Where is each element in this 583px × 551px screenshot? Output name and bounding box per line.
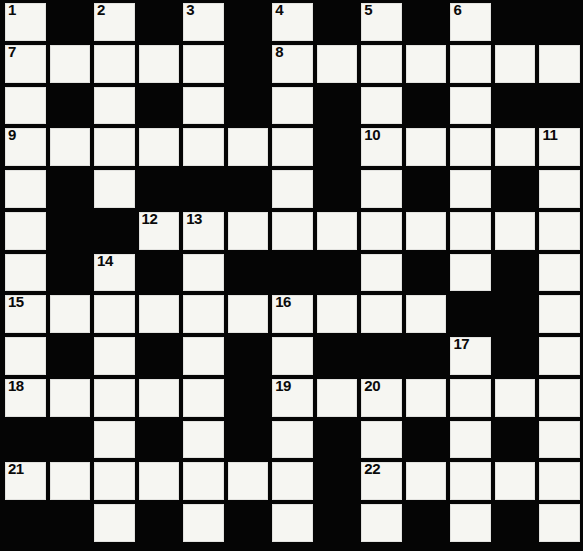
cell-r10c1[interactable]: 18: [5, 379, 46, 417]
cell-r3c9[interactable]: [361, 87, 402, 125]
black-cell-r7c6: [228, 254, 269, 292]
cell-r10c12[interactable]: [495, 379, 536, 417]
cell-r5c1[interactable]: [5, 170, 46, 208]
black-cell-r3c2: [50, 87, 91, 125]
cell-r12c10[interactable]: [406, 462, 447, 500]
cell-r13c13[interactable]: [539, 504, 580, 542]
cell-r10c11[interactable]: [450, 379, 491, 417]
black-cell-r1c13: [539, 3, 580, 41]
cell-r10c4[interactable]: [139, 379, 180, 417]
cell-r11c11[interactable]: [450, 421, 491, 459]
clue-number-20: 20: [364, 377, 380, 395]
black-cell-r13c12: [495, 504, 536, 542]
cell-r13c11[interactable]: [450, 504, 491, 542]
clue-number-8: 8: [275, 43, 283, 61]
black-cell-r9c6: [228, 337, 269, 375]
cell-r4c12[interactable]: [495, 128, 536, 166]
black-cell-r3c8: [317, 87, 358, 125]
black-cell-r13c8: [317, 504, 358, 542]
cell-r2c2[interactable]: [50, 45, 91, 83]
cell-r4c5[interactable]: [183, 128, 224, 166]
cell-r2c11[interactable]: [450, 45, 491, 83]
black-cell-r7c8: [317, 254, 358, 292]
black-cell-r13c10: [406, 504, 447, 542]
cell-r2c8[interactable]: [317, 45, 358, 83]
black-cell-r5c8: [317, 170, 358, 208]
cell-r6c10[interactable]: [406, 212, 447, 250]
cell-r12c6[interactable]: [228, 462, 269, 500]
cell-r10c2[interactable]: [50, 379, 91, 417]
cell-r6c12[interactable]: [495, 212, 536, 250]
cell-r10c3[interactable]: [94, 379, 135, 417]
clue-number-5: 5: [364, 1, 372, 19]
cell-r13c7[interactable]: [272, 504, 313, 542]
cell-r3c5[interactable]: [183, 87, 224, 125]
cell-r13c5[interactable]: [183, 504, 224, 542]
black-cell-r12c8: [317, 462, 358, 500]
cell-r8c5[interactable]: [183, 295, 224, 333]
clue-number-9: 9: [8, 126, 16, 144]
black-cell-r11c6: [228, 421, 269, 459]
cell-r5c13[interactable]: [539, 170, 580, 208]
cell-r9c5[interactable]: [183, 337, 224, 375]
cell-r7c1[interactable]: [5, 254, 46, 292]
cell-r8c13[interactable]: [539, 295, 580, 333]
cell-r4c1[interactable]: 9: [5, 128, 46, 166]
cell-r12c1[interactable]: 21: [5, 462, 46, 500]
black-cell-r9c2: [50, 337, 91, 375]
cell-r5c7[interactable]: [272, 170, 313, 208]
clue-number-18: 18: [8, 377, 24, 395]
black-cell-r6c2: [50, 212, 91, 250]
black-cell-r2c6: [228, 45, 269, 83]
black-cell-r9c9: [361, 337, 402, 375]
clue-number-22: 22: [364, 460, 380, 478]
cell-r7c9[interactable]: [361, 254, 402, 292]
clue-number-14: 14: [97, 252, 113, 270]
black-cell-r7c12: [495, 254, 536, 292]
cell-r6c4[interactable]: 12: [139, 212, 180, 250]
cell-r6c8[interactable]: [317, 212, 358, 250]
black-cell-r1c8: [317, 3, 358, 41]
cell-r8c2[interactable]: [50, 295, 91, 333]
black-cell-r7c4: [139, 254, 180, 292]
clue-number-17: 17: [453, 335, 469, 353]
cell-r2c1[interactable]: 7: [5, 45, 46, 83]
black-cell-r13c4: [139, 504, 180, 542]
cell-r1c1[interactable]: 1: [5, 3, 46, 41]
cell-r5c9[interactable]: [361, 170, 402, 208]
cell-r4c4[interactable]: [139, 128, 180, 166]
cell-r4c2[interactable]: [50, 128, 91, 166]
cell-r6c1[interactable]: [5, 212, 46, 250]
cell-r1c7[interactable]: 4: [272, 3, 313, 41]
clue-number-13: 13: [186, 210, 202, 228]
cell-r4c7[interactable]: [272, 128, 313, 166]
black-cell-r9c12: [495, 337, 536, 375]
cell-r2c4[interactable]: [139, 45, 180, 83]
clue-number-3: 3: [186, 1, 194, 19]
cell-r10c8[interactable]: [317, 379, 358, 417]
cell-r11c7[interactable]: [272, 421, 313, 459]
cell-r2c10[interactable]: [406, 45, 447, 83]
clue-number-16: 16: [275, 293, 291, 311]
clue-number-1: 1: [8, 1, 16, 19]
cell-r4c11[interactable]: [450, 128, 491, 166]
cell-r12c12[interactable]: [495, 462, 536, 500]
cell-r10c7[interactable]: 19: [272, 379, 313, 417]
black-cell-r5c2: [50, 170, 91, 208]
cell-r7c11[interactable]: [450, 254, 491, 292]
black-cell-r11c8: [317, 421, 358, 459]
cell-r2c12[interactable]: [495, 45, 536, 83]
black-cell-r7c7: [272, 254, 313, 292]
cell-r9c11[interactable]: 17: [450, 337, 491, 375]
cell-r4c9[interactable]: 10: [361, 128, 402, 166]
cell-r8c8[interactable]: [317, 295, 358, 333]
cell-r10c13[interactable]: [539, 379, 580, 417]
black-cell-r13c2: [50, 504, 91, 542]
cell-r6c13[interactable]: [539, 212, 580, 250]
cell-r4c6[interactable]: [228, 128, 269, 166]
black-cell-r7c10: [406, 254, 447, 292]
cell-r1c11[interactable]: 6: [450, 3, 491, 41]
cell-r12c13[interactable]: [539, 462, 580, 500]
clue-number-21: 21: [8, 460, 24, 478]
cell-r6c9[interactable]: [361, 212, 402, 250]
cell-r8c1[interactable]: 15: [5, 295, 46, 333]
black-cell-r5c5: [183, 170, 224, 208]
cell-r12c7[interactable]: [272, 462, 313, 500]
cell-r13c3[interactable]: [94, 504, 135, 542]
black-cell-r13c1: [5, 504, 46, 542]
black-cell-r1c4: [139, 3, 180, 41]
black-cell-r1c2: [50, 3, 91, 41]
black-cell-r4c8: [317, 128, 358, 166]
cell-r3c3[interactable]: [94, 87, 135, 125]
clue-number-6: 6: [453, 1, 461, 19]
cell-r10c9[interactable]: 20: [361, 379, 402, 417]
cell-r12c4[interactable]: [139, 462, 180, 500]
cell-r10c5[interactable]: [183, 379, 224, 417]
black-cell-r7c2: [50, 254, 91, 292]
cell-r4c10[interactable]: [406, 128, 447, 166]
cell-r9c1[interactable]: [5, 337, 46, 375]
cell-r6c5[interactable]: 13: [183, 212, 224, 250]
cell-r12c11[interactable]: [450, 462, 491, 500]
cell-r4c13[interactable]: 11: [539, 128, 580, 166]
crossword-board: 12345678910111213141516171819202122: [0, 0, 583, 551]
black-cell-r5c10: [406, 170, 447, 208]
clue-number-2: 2: [97, 1, 105, 19]
cell-r2c13[interactable]: [539, 45, 580, 83]
cell-r7c3[interactable]: 14: [94, 254, 135, 292]
cell-r3c11[interactable]: [450, 87, 491, 125]
cell-r2c5[interactable]: [183, 45, 224, 83]
cell-r5c3[interactable]: [94, 170, 135, 208]
cell-r1c9[interactable]: 5: [361, 3, 402, 41]
clue-number-12: 12: [142, 210, 158, 228]
black-cell-r9c8: [317, 337, 358, 375]
cell-r8c3[interactable]: [94, 295, 135, 333]
clue-number-7: 7: [8, 43, 16, 61]
cell-r9c3[interactable]: [94, 337, 135, 375]
crossword-grid: 12345678910111213141516171819202122: [0, 0, 583, 551]
cell-r9c13[interactable]: [539, 337, 580, 375]
clue-number-15: 15: [8, 293, 24, 311]
black-cell-r10c6: [228, 379, 269, 417]
cell-r8c7[interactable]: 16: [272, 295, 313, 333]
cell-r1c5[interactable]: 3: [183, 3, 224, 41]
cell-r11c13[interactable]: [539, 421, 580, 459]
cell-r12c5[interactable]: [183, 462, 224, 500]
cell-r11c3[interactable]: [94, 421, 135, 459]
clue-number-4: 4: [275, 1, 283, 19]
cell-r12c2[interactable]: [50, 462, 91, 500]
cell-r11c9[interactable]: [361, 421, 402, 459]
black-cell-r9c4: [139, 337, 180, 375]
cell-r2c9[interactable]: [361, 45, 402, 83]
cell-r6c7[interactable]: [272, 212, 313, 250]
black-cell-r11c2: [50, 421, 91, 459]
cell-r8c10[interactable]: [406, 295, 447, 333]
black-cell-r9c10: [406, 337, 447, 375]
cell-r3c7[interactable]: [272, 87, 313, 125]
cell-r3c1[interactable]: [5, 87, 46, 125]
cell-r11c5[interactable]: [183, 421, 224, 459]
cell-r2c3[interactable]: [94, 45, 135, 83]
cell-r9c7[interactable]: [272, 337, 313, 375]
black-cell-r13c6: [228, 504, 269, 542]
black-cell-r8c12: [495, 295, 536, 333]
cell-r10c10[interactable]: [406, 379, 447, 417]
cell-r7c13[interactable]: [539, 254, 580, 292]
cell-r8c9[interactable]: [361, 295, 402, 333]
cell-r8c6[interactable]: [228, 295, 269, 333]
black-cell-r3c6: [228, 87, 269, 125]
black-cell-r5c6: [228, 170, 269, 208]
black-cell-r5c4: [139, 170, 180, 208]
cell-r12c9[interactable]: 22: [361, 462, 402, 500]
black-cell-r6c3: [94, 212, 135, 250]
black-cell-r3c10: [406, 87, 447, 125]
black-cell-r8c11: [450, 295, 491, 333]
cell-r8c4[interactable]: [139, 295, 180, 333]
cell-r4c3[interactable]: [94, 128, 135, 166]
black-cell-r5c12: [495, 170, 536, 208]
cell-r12c3[interactable]: [94, 462, 135, 500]
clue-number-11: 11: [542, 126, 557, 144]
black-cell-r1c10: [406, 3, 447, 41]
black-cell-r1c12: [495, 3, 536, 41]
black-cell-r11c12: [495, 421, 536, 459]
cell-r2c7[interactable]: 8: [272, 45, 313, 83]
cell-r1c3[interactable]: 2: [94, 3, 135, 41]
clue-number-19: 19: [275, 377, 291, 395]
black-cell-r3c12: [495, 87, 536, 125]
cell-r5c11[interactable]: [450, 170, 491, 208]
black-cell-r11c10: [406, 421, 447, 459]
black-cell-r1c6: [228, 3, 269, 41]
black-cell-r11c1: [5, 421, 46, 459]
black-cell-r3c13: [539, 87, 580, 125]
cell-r7c5[interactable]: [183, 254, 224, 292]
cell-r13c9[interactable]: [361, 504, 402, 542]
clue-number-10: 10: [364, 126, 380, 144]
black-cell-r11c4: [139, 421, 180, 459]
cell-r6c11[interactable]: [450, 212, 491, 250]
cell-r6c6[interactable]: [228, 212, 269, 250]
black-cell-r3c4: [139, 87, 180, 125]
